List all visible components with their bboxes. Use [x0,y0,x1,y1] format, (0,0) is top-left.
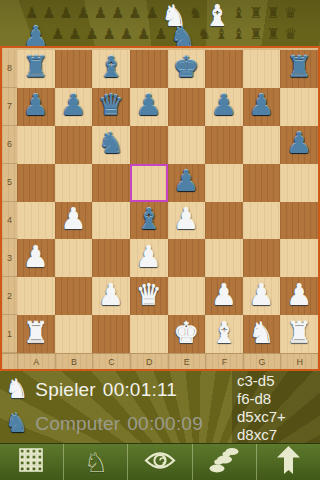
square-c8[interactable]: ♝ [92,50,130,88]
piece-black-pawn: ♟ [23,91,49,120]
square-d3[interactable]: ♟ [130,239,168,277]
square-d1[interactable] [130,315,168,353]
slot-black-pawn: ♟ [49,24,66,44]
square-h6[interactable]: ♟ [280,126,318,164]
piece-white-pawn: ♟ [60,205,86,234]
pieces-button[interactable]: ♘ [63,444,127,480]
piece-white-pawn: ♟ [98,281,124,310]
square-h3[interactable] [280,239,318,277]
chess-app-screen: ♟♟♟♟♟♟♟♟♞♞♝♝♜♜♛ ♟♟♟♟♟♟♟♟♞♞♝♝♜♜♛ 8♜♝♚♜7♟♟… [0,0,320,480]
undo-arrow-button[interactable] [256,444,320,480]
square-g6[interactable] [243,126,281,164]
board-grid: 8♜♝♚♜7♟♟♛♟♟♟6♞♟5♟4♟♝♟3♟♟2♟♛♟♟♟1♜♚♝♞♜ABCD… [2,50,318,369]
eye-icon [144,450,176,475]
square-f1[interactable]: ♝ [205,315,243,353]
file-label-f: F [205,353,243,369]
piece-white-rook: ♜ [286,319,312,348]
square-f5[interactable] [205,164,243,202]
file-label-c: C [92,353,130,369]
square-b6[interactable] [55,126,93,164]
piece-white-bishop: ♝ [211,319,237,348]
square-e3[interactable] [168,239,206,277]
square-a7[interactable]: ♟ [17,88,55,126]
piece-black-pawn: ♟ [286,129,312,158]
square-f2[interactable]: ♟ [205,277,243,315]
hint-eye-button[interactable] [127,444,191,480]
square-c7[interactable]: ♛ [92,88,130,126]
square-f3[interactable] [205,239,243,277]
file-label-g: G [243,353,281,369]
rank-label-4: 4 [2,202,17,240]
piece-white-pawn: ♟ [23,243,49,272]
square-e4[interactable]: ♟ [168,202,206,240]
level-clouds-button[interactable] [192,444,256,480]
piece-white-pawn: ♟ [173,205,199,234]
slot-black-pawn: ♟ [152,24,169,44]
square-a6[interactable] [17,126,55,164]
piece-black-pawn: ♟ [136,91,162,120]
square-e6[interactable] [168,126,206,164]
square-a2[interactable] [17,277,55,315]
slot-white-pawn: ♟ [109,3,126,23]
square-c1[interactable] [92,315,130,353]
slot-white-pawn: ♟ [144,3,161,23]
square-b1[interactable] [55,315,93,353]
captured-pieces-tray: ♟♟♟♟♟♟♟♟♞♞♝♝♜♜♛ ♟♟♟♟♟♟♟♟♞♞♝♝♜♜♛ [0,0,320,46]
captured-black-knight: ♞ [170,23,196,43]
square-g7[interactable]: ♟ [243,88,281,126]
player-row-computer: ♞ Computer 00:00:09 [5,408,203,440]
knight-icon: ♘ [84,449,108,476]
square-e8[interactable]: ♚ [168,50,206,88]
slot-black-pawn: ♟ [118,24,135,44]
captured-black-pawn: ♟ [23,23,49,43]
square-b5[interactable] [55,164,93,202]
slot-white-pawn: ♟ [75,3,92,23]
piece-black-king: ♚ [173,53,199,82]
square-e1[interactable]: ♚ [168,315,206,353]
move-entry: c3-d5 [237,372,286,390]
chess-board: 8♜♝♚♜7♟♟♛♟♟♟6♞♟5♟4♟♝♟3♟♟2♟♛♟♟♟1♜♚♝♞♜ABCD… [0,46,320,371]
square-g4[interactable] [243,202,281,240]
square-c6[interactable]: ♞ [92,126,130,164]
rank-label-1: 1 [2,315,17,353]
board-corner [2,353,17,369]
player-name: Spieler [35,379,96,401]
square-e2[interactable] [168,277,206,315]
square-d5[interactable] [130,164,168,202]
rank-label-2: 2 [2,277,17,315]
clouds-icon [209,447,240,478]
square-a3[interactable]: ♟ [17,239,55,277]
rank-label-8: 8 [2,50,17,88]
square-f6[interactable] [205,126,243,164]
slot-black-knight: ♞ [196,24,213,44]
piece-white-pawn: ♟ [286,281,312,310]
slot-white-bishop: ♝ [230,3,247,23]
slot-white-rook: ♜ [247,3,264,23]
rank-label-3: 3 [2,239,17,277]
piece-white-pawn: ♟ [249,281,275,310]
slot-white-pawn: ♟ [126,3,143,23]
square-f7[interactable]: ♟ [205,88,243,126]
piece-black-rook: ♜ [23,53,49,82]
slot-black-pawn: ♟ [135,24,152,44]
piece-black-pawn: ♟ [211,91,237,120]
slot-black-rook: ♜ [247,24,264,44]
square-a4[interactable] [17,202,55,240]
square-b7[interactable]: ♟ [55,88,93,126]
file-label-a: A [17,353,55,369]
board-grid-button[interactable] [0,444,63,480]
rank-label-6: 6 [2,126,17,164]
square-c2[interactable]: ♟ [92,277,130,315]
square-f8[interactable] [205,50,243,88]
square-g3[interactable] [243,239,281,277]
square-c3[interactable] [92,239,130,277]
slot-white-pawn: ♟ [92,3,109,23]
slot-black-bishop: ♝ [213,24,230,44]
slot-black-rook: ♜ [265,24,282,44]
piece-white-pawn: ♟ [211,281,237,310]
square-h8[interactable]: ♜ [280,50,318,88]
piece-black-queen: ♛ [98,91,124,120]
slot-white-queen: ♛ [282,3,299,23]
square-g8[interactable] [243,50,281,88]
piece-white-queen: ♛ [136,281,162,310]
square-h1[interactable]: ♜ [280,315,318,353]
square-b3[interactable] [55,239,93,277]
slot-black-pawn: ♟ [101,24,118,44]
move-entry: d5xc7+ [237,408,286,426]
blue-knight-icon: ♞ [5,408,28,438]
slot-black-pawn: ♟ [66,24,83,44]
captured-white-knight: ♞ [161,2,187,22]
player-name: Computer [35,413,120,435]
move-entry: d8xc7 [237,426,286,444]
square-d6[interactable] [130,126,168,164]
square-a8[interactable]: ♜ [17,50,55,88]
slot-white-pawn: ♟ [57,3,74,23]
square-e5[interactable]: ♟ [168,164,206,202]
file-label-b: B [55,353,93,369]
slot-black-pawn: ♟ [83,24,100,44]
player-clock: 00:00:09 [127,413,203,435]
square-f4[interactable] [205,202,243,240]
square-g5[interactable] [243,164,281,202]
piece-black-bishop: ♝ [98,53,124,82]
square-c5[interactable] [92,164,130,202]
piece-white-rook: ♜ [23,319,49,348]
white-knight-icon: ♞ [5,374,28,404]
square-h4[interactable] [280,202,318,240]
square-b8[interactable] [55,50,93,88]
file-label-e: E [168,353,206,369]
square-b4[interactable]: ♟ [55,202,93,240]
toolbar: ♘ [0,443,320,480]
square-g2[interactable]: ♟ [243,277,281,315]
square-d4[interactable]: ♝ [130,202,168,240]
game-info-panel: ♞ Spieler 00:01:11 ♞ Computer 00:00:09 c… [0,371,320,443]
slot-black-bishop: ♝ [230,24,247,44]
slot-white-rook: ♜ [265,3,282,23]
captured-black-row: ♟♟♟♟♟♟♟♟♞♞♝♝♜♜♛ [23,24,299,44]
square-d2[interactable]: ♛ [130,277,168,315]
piece-white-king: ♚ [173,319,199,348]
move-entry: f6-d8 [237,390,286,408]
square-h5[interactable] [280,164,318,202]
player-row-spieler: ♞ Spieler 00:01:11 [5,374,177,406]
move-list: c3-d5f6-d8d5xc7+d8xc7 [237,372,286,444]
square-h2[interactable]: ♟ [280,277,318,315]
slot-black-queen: ♛ [282,24,299,44]
piece-black-pawn: ♟ [60,91,86,120]
rank-label-7: 7 [2,88,17,126]
piece-black-pawn: ♟ [173,167,199,196]
piece-white-pawn: ♟ [136,243,162,272]
square-a5[interactable] [17,164,55,202]
captured-white-bishop: ♝ [204,2,230,22]
square-d7[interactable]: ♟ [130,88,168,126]
file-label-d: D [130,353,168,369]
player-clock: 00:01:11 [103,379,177,401]
square-h7[interactable] [280,88,318,126]
piece-black-bishop: ♝ [136,205,162,234]
square-b2[interactable] [55,277,93,315]
up-arrow-icon [277,446,300,478]
piece-black-knight: ♞ [98,129,124,158]
square-e7[interactable] [168,88,206,126]
grid-icon [19,448,44,477]
square-g1[interactable]: ♞ [243,315,281,353]
piece-black-rook: ♜ [286,53,312,82]
square-d8[interactable] [130,50,168,88]
piece-white-knight: ♞ [249,319,275,348]
square-a1[interactable]: ♜ [17,315,55,353]
rank-label-5: 5 [2,164,17,202]
file-label-h: H [280,353,318,369]
piece-black-pawn: ♟ [249,91,275,120]
square-c4[interactable] [92,202,130,240]
captured-white-row: ♟♟♟♟♟♟♟♟♞♞♝♝♜♜♛ [23,3,299,23]
